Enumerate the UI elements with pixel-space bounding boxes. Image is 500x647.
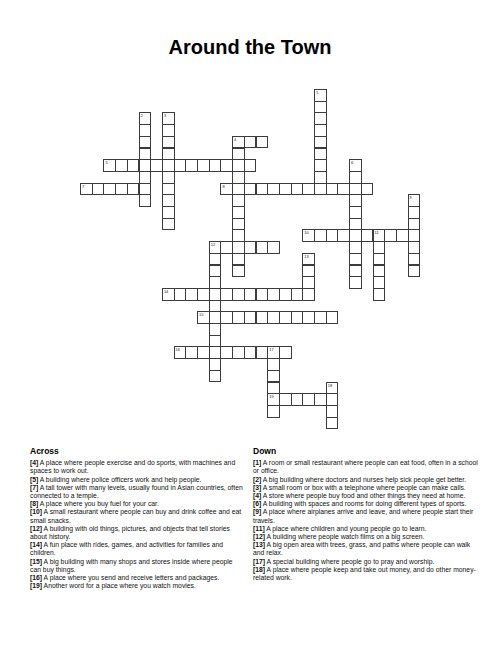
cell-number: 12 <box>211 242 215 247</box>
grid-cell[interactable] <box>291 288 304 301</box>
clue-number: [11] <box>253 525 265 532</box>
puzzle-title: Around the Town <box>0 36 500 59</box>
clue-text: A building where police officers work an… <box>38 476 201 483</box>
clue-text: A big open area with trees, grass, and p… <box>253 541 470 556</box>
clue-text: A room or small restaurant where people … <box>253 459 478 474</box>
clue-item: [18] A place where people keep and take … <box>253 566 479 582</box>
clue-text: A place where people keep and take out m… <box>253 566 476 581</box>
cell-number: 6 <box>351 160 353 165</box>
clue-text: A place where people exercise and do spo… <box>30 459 235 474</box>
down-clues-section: Down [1] A room or small restaurant wher… <box>253 447 479 582</box>
across-clue-list: [4] A place where people exercise and do… <box>30 459 244 590</box>
cell-number: 1 <box>316 90 318 95</box>
clue-item: [12] A building with old things, picture… <box>30 525 244 541</box>
cell-number: 14 <box>164 289 168 294</box>
cell-number: 8 <box>222 184 224 189</box>
grid-cell[interactable] <box>408 265 421 278</box>
grid-cell[interactable] <box>139 194 152 207</box>
grid-cell[interactable]: 15 <box>197 311 210 324</box>
clue-number: [15] <box>30 558 42 565</box>
clue-number: [13] <box>253 541 265 548</box>
cell-number: 4 <box>234 137 236 142</box>
grid-cell[interactable] <box>256 136 269 149</box>
clue-item: [1] A room or small restaurant where peo… <box>253 459 479 475</box>
cell-number: 2 <box>141 113 143 118</box>
clue-item: [19] Another word for a place where you … <box>30 582 244 590</box>
down-header: Down <box>253 447 479 455</box>
clue-item: [11] A place where children and young pe… <box>253 525 479 533</box>
grid-cell[interactable] <box>396 229 409 242</box>
grid-cell[interactable] <box>232 265 245 278</box>
clue-item: [17] A special building where people go … <box>253 558 479 566</box>
grid-cell[interactable] <box>337 229 350 242</box>
clue-text: A big building where doctors and nurses … <box>261 476 466 483</box>
clue-number: [19] <box>30 582 42 589</box>
grid-cell[interactable] <box>127 159 140 172</box>
grid-cell[interactable]: 8 <box>220 183 233 196</box>
clue-text: Another word for a place where you watch… <box>42 582 196 589</box>
cell-number: 11 <box>375 230 379 235</box>
grid-cell[interactable] <box>302 183 315 196</box>
clue-number: [10] <box>30 508 42 515</box>
clue-text: A building with spaces and rooms for doi… <box>261 500 466 507</box>
clue-text: A store where people buy food and other … <box>261 492 465 499</box>
cell-number: 16 <box>176 347 180 352</box>
grid-cell[interactable] <box>326 417 339 430</box>
clue-item: [15] A big building with many shops and … <box>30 558 244 574</box>
cell-number: 10 <box>304 230 308 235</box>
clue-item: [14] A fun place with rides, games, and … <box>30 541 244 557</box>
clue-text: A building with old things, pictures, an… <box>30 525 230 540</box>
grid-cell[interactable] <box>279 346 292 359</box>
grid-cell[interactable] <box>162 218 175 231</box>
across-clues-section: Across [4] A place where people exercise… <box>30 447 244 590</box>
down-clue-list: [1] A room or small restaurant where peo… <box>253 459 479 582</box>
clue-text: A place where airplanes arrive and leave… <box>253 508 473 523</box>
clue-item: [8] A place where you buy fuel for your … <box>30 500 244 508</box>
grid-cell[interactable] <box>267 405 280 418</box>
cell-number: 15 <box>199 312 203 317</box>
grid-cell[interactable] <box>302 288 315 301</box>
clue-item: [10] A small restaurant where people can… <box>30 508 244 524</box>
grid-cell[interactable] <box>267 241 280 254</box>
grid-cell[interactable] <box>314 393 327 406</box>
clue-text: A big building with many shops and store… <box>30 558 233 573</box>
cell-number: 5 <box>105 160 107 165</box>
clue-text: A special building where people go to pr… <box>265 558 434 565</box>
clue-item: [6] A building with spaces and rooms for… <box>253 500 479 508</box>
cell-number: 3 <box>164 113 166 118</box>
clue-item: [13] A big open area with trees, grass, … <box>253 541 479 557</box>
clue-text: A small restaurant where people can buy … <box>30 508 241 523</box>
clue-number: [17] <box>253 558 265 565</box>
grid-cell[interactable] <box>337 183 350 196</box>
grid-cell[interactable] <box>373 288 386 301</box>
cell-number: 19 <box>269 394 273 399</box>
cell-number: 9 <box>410 195 412 200</box>
clue-number: [12] <box>30 525 42 532</box>
clue-text: A place where children and young people … <box>265 525 427 532</box>
clue-item: [4] A store where people buy food and ot… <box>253 492 479 500</box>
clue-number: [14] <box>30 541 42 548</box>
grid-cell[interactable] <box>127 183 140 196</box>
cell-number: 17 <box>269 347 273 352</box>
cell-number: 7 <box>82 184 84 189</box>
cell-number: 13 <box>304 254 308 259</box>
grid-cell[interactable] <box>361 183 374 196</box>
clue-number: [12] <box>253 533 265 540</box>
clue-item: [7] A tall tower with many levels, usual… <box>30 484 244 500</box>
clue-number: [16] <box>30 574 42 581</box>
clue-item: [2] A big building where doctors and nur… <box>253 476 479 484</box>
crossword-grid: 12345678910111213141516171918 <box>80 89 422 431</box>
grid-cell[interactable] <box>150 159 163 172</box>
grid-cell[interactable] <box>209 370 222 383</box>
clue-item: [3] A small room or box with a telephone… <box>253 484 479 492</box>
grid-cell[interactable] <box>197 288 210 301</box>
grid-cell[interactable] <box>220 241 233 254</box>
clue-item: [4] A place where people exercise and do… <box>30 459 244 475</box>
cell-number: 18 <box>328 383 332 388</box>
clue-item: [16] A place where you send and receive … <box>30 574 244 582</box>
clue-text: A place where you buy fuel for your car. <box>38 500 159 507</box>
clue-text: A place where you send and receive lette… <box>42 574 219 581</box>
clue-text: A fun place with rides, games, and activ… <box>30 541 223 556</box>
clue-item: [5] A building where police officers wor… <box>30 476 244 484</box>
clue-item: [9] A place where airplanes arrive and l… <box>253 508 479 524</box>
clue-text: A tall tower with many levels, usually f… <box>30 484 243 499</box>
grid-cell[interactable] <box>326 311 339 324</box>
grid-cell[interactable] <box>220 159 233 172</box>
grid-cell[interactable] <box>349 276 362 289</box>
grid-cell[interactable] <box>244 159 257 172</box>
across-header: Across <box>30 447 244 455</box>
clue-number: [18] <box>253 566 265 573</box>
clue-text: A building where people watch films on a… <box>265 533 424 540</box>
grid-cell[interactable] <box>197 346 210 359</box>
clue-item: [12] A building where people watch films… <box>253 533 479 541</box>
clue-text: A small room or box with a telephone whe… <box>261 484 465 491</box>
